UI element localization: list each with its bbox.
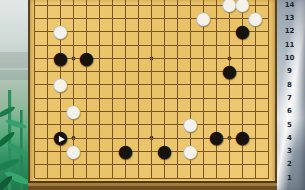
intersection[interactable]: ● (67, 105, 80, 118)
intersection[interactable] (184, 65, 197, 78)
black-stone: ● (119, 145, 132, 158)
intersection[interactable]: ● (184, 145, 197, 158)
intersection[interactable] (197, 38, 210, 51)
intersection[interactable] (145, 158, 158, 171)
intersection[interactable] (28, 25, 41, 38)
intersection[interactable] (262, 158, 275, 171)
intersection[interactable] (197, 158, 210, 171)
intersection[interactable] (262, 92, 275, 105)
intersection[interactable] (249, 118, 262, 131)
intersection[interactable] (80, 78, 93, 91)
intersection[interactable] (28, 78, 41, 91)
intersection[interactable] (28, 12, 41, 25)
intersection[interactable] (106, 92, 119, 105)
intersection[interactable] (132, 105, 145, 118)
intersection[interactable] (80, 118, 93, 131)
intersection[interactable] (119, 12, 132, 25)
intersection[interactable] (197, 105, 210, 118)
intersection[interactable] (171, 92, 184, 105)
intersection[interactable] (210, 105, 223, 118)
intersection[interactable] (158, 12, 171, 25)
intersection[interactable] (41, 118, 54, 131)
intersection[interactable] (210, 92, 223, 105)
intersection[interactable] (184, 92, 197, 105)
intersection[interactable] (210, 12, 223, 25)
intersection[interactable]: ● (67, 145, 80, 158)
intersection[interactable] (223, 38, 236, 51)
intersection[interactable] (236, 92, 249, 105)
intersection[interactable] (54, 65, 67, 78)
intersection[interactable] (67, 25, 80, 38)
intersection[interactable] (41, 65, 54, 78)
intersection[interactable] (41, 12, 54, 25)
intersection[interactable] (158, 92, 171, 105)
intersection[interactable] (132, 38, 145, 51)
intersection[interactable] (106, 38, 119, 51)
intersection[interactable] (236, 118, 249, 131)
intersection[interactable] (80, 25, 93, 38)
intersection[interactable] (171, 12, 184, 25)
intersection[interactable] (67, 52, 80, 65)
black-stone: ● (223, 65, 236, 78)
white-stone: ● (67, 145, 80, 158)
black-stone: ● (210, 131, 223, 144)
row-label-5: 5 (281, 121, 298, 130)
white-stone: ● (184, 118, 197, 131)
white-stone: ● (223, 0, 236, 12)
intersection[interactable] (93, 78, 106, 91)
intersection[interactable] (119, 38, 132, 51)
intersection[interactable] (80, 92, 93, 105)
intersection[interactable]: ● (249, 12, 262, 25)
intersection[interactable] (145, 92, 158, 105)
intersection[interactable] (197, 65, 210, 78)
white-stone: ● (249, 12, 262, 25)
black-stone: ● (80, 52, 93, 65)
intersection[interactable]: ● (54, 25, 67, 38)
intersection[interactable] (223, 131, 236, 144)
white-stone: ● (54, 25, 67, 38)
intersection[interactable] (93, 105, 106, 118)
intersection[interactable] (132, 65, 145, 78)
intersection[interactable] (262, 78, 275, 91)
intersection[interactable] (106, 158, 119, 171)
intersection[interactable] (106, 105, 119, 118)
intersection[interactable] (93, 65, 106, 78)
intersection[interactable] (54, 92, 67, 105)
intersection[interactable] (184, 78, 197, 91)
intersection[interactable] (197, 78, 210, 91)
intersection[interactable] (236, 105, 249, 118)
intersection[interactable] (171, 131, 184, 144)
intersection[interactable] (80, 38, 93, 51)
intersection[interactable] (262, 0, 275, 12)
intersection[interactable] (119, 52, 132, 65)
intersection[interactable] (28, 158, 41, 171)
intersection[interactable] (119, 105, 132, 118)
intersection[interactable] (184, 0, 197, 12)
intersection[interactable] (236, 78, 249, 91)
intersection[interactable] (41, 38, 54, 51)
row-label-6: 6 (281, 107, 298, 116)
intersection[interactable] (106, 12, 119, 25)
intersection[interactable] (262, 118, 275, 131)
row-label-14: 14 (281, 1, 298, 10)
intersection[interactable] (41, 105, 54, 118)
intersection[interactable] (171, 0, 184, 12)
intersection[interactable] (145, 38, 158, 51)
intersection[interactable] (197, 118, 210, 131)
intersection[interactable] (132, 78, 145, 91)
intersection[interactable] (132, 131, 145, 144)
intersection[interactable] (223, 78, 236, 91)
intersection[interactable] (132, 145, 145, 158)
intersection[interactable]: ● (236, 131, 249, 144)
intersection[interactable] (119, 25, 132, 38)
intersection[interactable] (249, 52, 262, 65)
intersection[interactable] (132, 12, 145, 25)
white-stone: ● (197, 12, 210, 25)
intersection[interactable] (210, 145, 223, 158)
intersection[interactable] (67, 118, 80, 131)
intersection[interactable]: ● (197, 12, 210, 25)
intersection[interactable] (80, 105, 93, 118)
intersection[interactable] (158, 38, 171, 51)
intersection[interactable] (158, 78, 171, 91)
intersection[interactable] (249, 0, 262, 12)
intersection[interactable]: ● (54, 52, 67, 65)
intersection[interactable] (119, 92, 132, 105)
left-scenery-panel (0, 0, 30, 190)
intersection[interactable] (119, 158, 132, 171)
intersection[interactable] (158, 0, 171, 12)
intersection[interactable] (67, 131, 80, 144)
right-scenery-panel: 1413121110987654321 (277, 0, 305, 190)
intersection[interactable] (184, 52, 197, 65)
intersection[interactable] (171, 118, 184, 131)
row-label-3: 3 (281, 147, 298, 156)
intersection[interactable] (145, 131, 158, 144)
intersection[interactable]: ● (210, 131, 223, 144)
intersection[interactable] (249, 131, 262, 144)
intersection[interactable] (184, 158, 197, 171)
last-move-triangle-marker (58, 135, 65, 142)
intersection[interactable] (197, 131, 210, 144)
intersection[interactable] (249, 38, 262, 51)
intersection[interactable] (132, 158, 145, 171)
intersection[interactable] (210, 25, 223, 38)
intersection[interactable] (80, 145, 93, 158)
row-label-7: 7 (281, 94, 298, 103)
intersection[interactable] (249, 92, 262, 105)
intersection[interactable] (132, 25, 145, 38)
intersection[interactable] (80, 0, 93, 12)
intersection[interactable] (262, 65, 275, 78)
white-stone: ● (236, 0, 249, 12)
intersection[interactable] (236, 145, 249, 158)
intersection[interactable] (262, 145, 275, 158)
intersection[interactable]: ● (223, 0, 236, 12)
intersection[interactable] (28, 118, 41, 131)
intersection[interactable] (171, 65, 184, 78)
intersection[interactable] (67, 12, 80, 25)
intersection[interactable] (132, 92, 145, 105)
intersection[interactable] (262, 25, 275, 38)
row-label-13: 13 (281, 14, 298, 23)
intersection[interactable] (132, 118, 145, 131)
intersection[interactable] (249, 105, 262, 118)
intersection[interactable] (67, 65, 80, 78)
intersection[interactable] (197, 145, 210, 158)
intersection[interactable] (28, 52, 41, 65)
row-label-8: 8 (281, 81, 298, 90)
intersection[interactable]: ● (119, 145, 132, 158)
intersection[interactable] (28, 92, 41, 105)
intersection[interactable] (236, 12, 249, 25)
intersection[interactable] (262, 12, 275, 25)
intersection[interactable] (80, 12, 93, 25)
intersection[interactable] (41, 78, 54, 91)
intersection[interactable] (93, 92, 106, 105)
intersection[interactable] (223, 118, 236, 131)
intersection[interactable] (223, 145, 236, 158)
intersection[interactable]: ● (184, 118, 197, 131)
intersection[interactable] (158, 65, 171, 78)
intersection[interactable] (93, 131, 106, 144)
intersection[interactable] (67, 38, 80, 51)
intersection[interactable] (132, 0, 145, 12)
intersection[interactable] (145, 145, 158, 158)
intersection[interactable] (223, 12, 236, 25)
intersection[interactable] (80, 158, 93, 171)
intersection[interactable] (145, 0, 158, 12)
intersection[interactable] (145, 105, 158, 118)
row-label-12: 12 (281, 27, 298, 36)
intersection[interactable] (67, 158, 80, 171)
intersection[interactable] (93, 118, 106, 131)
black-stone: ● (158, 145, 171, 158)
white-stone: ● (184, 145, 197, 158)
row-label-11: 11 (281, 41, 298, 50)
white-stone: ● (67, 105, 80, 118)
intersection[interactable] (197, 92, 210, 105)
intersection[interactable] (93, 38, 106, 51)
intersection[interactable] (145, 52, 158, 65)
row-label-4: 4 (281, 134, 298, 143)
intersection[interactable] (67, 0, 80, 12)
intersection[interactable] (41, 52, 54, 65)
intersection[interactable] (184, 25, 197, 38)
intersection[interactable] (93, 0, 106, 12)
intersection[interactable] (41, 0, 54, 12)
row-label-10: 10 (281, 54, 298, 63)
intersection[interactable] (132, 52, 145, 65)
intersection[interactable] (197, 0, 210, 12)
row-label-9: 9 (281, 67, 298, 76)
intersection[interactable] (54, 105, 67, 118)
intersection[interactable]: ● (236, 25, 249, 38)
intersection[interactable] (262, 52, 275, 65)
intersection[interactable] (171, 158, 184, 171)
intersection[interactable] (93, 12, 106, 25)
intersection[interactable] (158, 25, 171, 38)
black-stone: ● (236, 131, 249, 144)
intersection[interactable] (54, 158, 67, 171)
intersection[interactable] (223, 105, 236, 118)
intersection[interactable] (54, 38, 67, 51)
bamboo-illustration (0, 0, 30, 190)
black-stone: ● (54, 52, 67, 65)
intersection[interactable] (119, 0, 132, 12)
intersection[interactable] (171, 78, 184, 91)
row-label-2: 2 (281, 160, 298, 169)
intersection[interactable] (210, 0, 223, 12)
goban: ●●●●●●●●●●●●●●●●●●● (28, 0, 277, 190)
intersection[interactable] (145, 25, 158, 38)
intersection[interactable]: ● (54, 131, 67, 144)
board-front-edge (28, 181, 277, 190)
intersection[interactable] (28, 65, 41, 78)
intersection[interactable] (184, 38, 197, 51)
intersection[interactable] (210, 38, 223, 51)
intersection[interactable] (41, 145, 54, 158)
intersection[interactable] (41, 158, 54, 171)
intersection[interactable] (171, 52, 184, 65)
intersection[interactable] (106, 0, 119, 12)
intersection[interactable] (54, 145, 67, 158)
row-label-1: 1 (281, 174, 298, 183)
intersection[interactable] (41, 131, 54, 144)
white-stone: ● (54, 78, 67, 91)
intersection[interactable] (54, 118, 67, 131)
intersection[interactable] (41, 92, 54, 105)
intersection[interactable] (197, 25, 210, 38)
intersection[interactable] (249, 145, 262, 158)
intersection[interactable] (28, 105, 41, 118)
intersection[interactable] (145, 65, 158, 78)
intersection[interactable] (106, 78, 119, 91)
intersection[interactable] (28, 131, 41, 144)
intersection[interactable] (145, 118, 158, 131)
intersection[interactable] (106, 145, 119, 158)
intersection[interactable] (158, 105, 171, 118)
intersection[interactable] (210, 65, 223, 78)
intersection[interactable] (223, 92, 236, 105)
go-app-screenshot: ●●●●●●●●●●●●●●●●●●● 1413121110987654321 (0, 0, 305, 190)
intersection[interactable] (106, 52, 119, 65)
intersection[interactable] (171, 145, 184, 158)
intersection[interactable] (210, 118, 223, 131)
intersection[interactable] (184, 12, 197, 25)
intersection[interactable] (54, 0, 67, 12)
intersection[interactable] (28, 0, 41, 12)
intersection[interactable] (119, 131, 132, 144)
intersection[interactable] (93, 52, 106, 65)
intersection[interactable] (171, 25, 184, 38)
intersection[interactable]: ● (223, 65, 236, 78)
intersection[interactable] (171, 38, 184, 51)
intersection[interactable] (106, 118, 119, 131)
intersection[interactable] (184, 105, 197, 118)
intersection[interactable] (249, 158, 262, 171)
black-stone: ● (54, 131, 67, 144)
intersection[interactable] (67, 92, 80, 105)
intersection[interactable] (67, 78, 80, 91)
intersection[interactable] (93, 145, 106, 158)
intersection[interactable] (184, 131, 197, 144)
intersection[interactable] (106, 25, 119, 38)
intersection[interactable] (106, 131, 119, 144)
intersection[interactable] (262, 38, 275, 51)
intersection[interactable] (119, 118, 132, 131)
intersection[interactable] (41, 25, 54, 38)
intersection[interactable] (236, 65, 249, 78)
intersection[interactable] (236, 38, 249, 51)
intersection[interactable] (197, 52, 210, 65)
intersection[interactable] (93, 25, 106, 38)
intersection[interactable] (145, 12, 158, 25)
intersection[interactable] (28, 38, 41, 51)
intersection[interactable] (223, 52, 236, 65)
intersection[interactable]: ● (236, 0, 249, 12)
intersection[interactable] (80, 131, 93, 144)
intersection[interactable] (145, 78, 158, 91)
intersection[interactable] (106, 65, 119, 78)
intersection[interactable] (249, 25, 262, 38)
intersection[interactable] (223, 25, 236, 38)
intersection[interactable] (249, 78, 262, 91)
intersection[interactable] (158, 158, 171, 171)
intersection[interactable] (158, 118, 171, 131)
intersection[interactable] (54, 12, 67, 25)
intersection[interactable] (236, 158, 249, 171)
intersection[interactable] (249, 65, 262, 78)
intersection[interactable] (93, 158, 106, 171)
intersection[interactable] (80, 65, 93, 78)
goban-grid: ●●●●●●●●●●●●●●●●●●● (28, 0, 275, 185)
intersection[interactable] (210, 52, 223, 65)
intersection[interactable] (262, 105, 275, 118)
intersection[interactable] (236, 52, 249, 65)
intersection[interactable]: ● (80, 52, 93, 65)
intersection[interactable] (158, 131, 171, 144)
intersection[interactable]: ● (158, 145, 171, 158)
intersection[interactable] (119, 78, 132, 91)
intersection[interactable] (158, 52, 171, 65)
black-stone: ● (236, 25, 249, 38)
intersection[interactable] (210, 78, 223, 91)
intersection[interactable] (223, 158, 236, 171)
intersection[interactable] (210, 158, 223, 171)
intersection[interactable] (171, 105, 184, 118)
intersection[interactable] (262, 131, 275, 144)
intersection[interactable]: ● (54, 78, 67, 91)
intersection[interactable] (119, 65, 132, 78)
intersection[interactable] (28, 145, 41, 158)
